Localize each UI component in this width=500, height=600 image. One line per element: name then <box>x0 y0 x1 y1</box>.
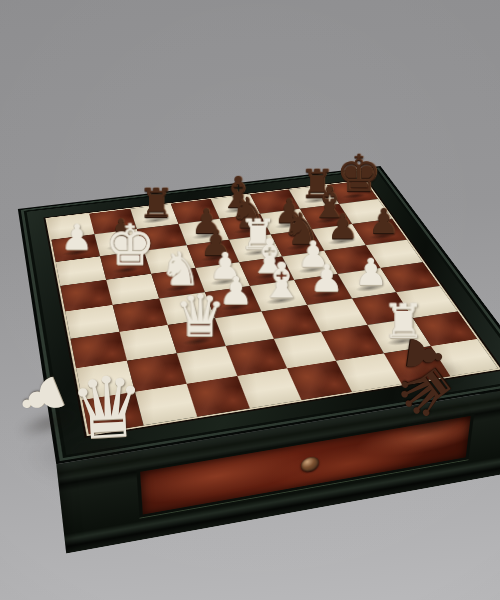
piece-white-pawn-f4[interactable]: ♟ <box>303 262 350 297</box>
offboard-white-queen[interactable]: ♛ <box>68 364 148 452</box>
square-b6[interactable]: ♚ <box>100 251 151 280</box>
square-d1[interactable] <box>237 368 301 408</box>
piece-white-bishop-e4[interactable]: ♝ <box>258 257 305 302</box>
piece-white-king-b6[interactable]: ♚ <box>105 219 150 271</box>
piece-white-pawn-g4[interactable]: ♟ <box>348 256 394 290</box>
drawer-knob[interactable] <box>301 456 319 473</box>
piece-dark-pawn-h6[interactable]: ♟ <box>362 206 405 238</box>
scene: ♜♝♜♚♟♟♟♞♟♝♚♟♜♞♟♟♞♟♝♟♟♝♟♟♛♜ <box>0 0 500 600</box>
piece-white-pawn-a7[interactable]: ♟ <box>55 222 99 255</box>
square-e1[interactable] <box>287 361 352 400</box>
product-photo-chess-set: { "game": "chess", "scene": "wooden ches… <box>0 0 500 600</box>
piece-white-queen-c3[interactable]: ♛ <box>174 290 224 344</box>
